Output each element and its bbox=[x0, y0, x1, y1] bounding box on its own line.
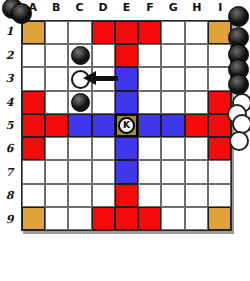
cell-H2[interactable] bbox=[185, 44, 208, 67]
cell-F4[interactable] bbox=[138, 91, 161, 114]
cell-G4[interactable] bbox=[161, 91, 184, 114]
cell-F3[interactable] bbox=[138, 67, 161, 90]
cell-G7[interactable] bbox=[161, 160, 184, 183]
row-label-1: 1 bbox=[2, 20, 17, 43]
cell-B2[interactable] bbox=[45, 44, 68, 67]
cell-C7[interactable] bbox=[68, 160, 91, 183]
move-arrow-head-icon bbox=[83, 71, 96, 85]
cell-H3[interactable] bbox=[185, 67, 208, 90]
cell-F2[interactable] bbox=[138, 44, 161, 67]
cell-G9[interactable] bbox=[161, 207, 184, 230]
cell-G6[interactable] bbox=[161, 137, 184, 160]
cell-D5[interactable] bbox=[92, 114, 115, 137]
row-labels: 123456789 bbox=[2, 20, 17, 231]
column-label-H: H bbox=[185, 1, 208, 16]
row-label-7: 7 bbox=[2, 161, 17, 184]
cell-A5[interactable] bbox=[22, 114, 45, 137]
cell-A6[interactable] bbox=[22, 137, 45, 160]
cell-B3[interactable] bbox=[45, 67, 68, 90]
column-label-G: G bbox=[162, 1, 185, 16]
cell-I1[interactable] bbox=[208, 21, 231, 44]
column-label-E: E bbox=[115, 1, 138, 16]
cell-B4[interactable] bbox=[45, 91, 68, 114]
cell-E2[interactable] bbox=[115, 44, 138, 67]
cell-H8[interactable] bbox=[185, 184, 208, 207]
cell-F1[interactable] bbox=[138, 21, 161, 44]
cell-C9[interactable] bbox=[68, 207, 91, 230]
cell-E8[interactable] bbox=[115, 184, 138, 207]
cell-C6[interactable] bbox=[68, 137, 91, 160]
cell-D2[interactable] bbox=[92, 44, 115, 67]
cell-B1[interactable] bbox=[45, 21, 68, 44]
cell-A1[interactable] bbox=[22, 21, 45, 44]
king-piece[interactable]: K bbox=[118, 117, 135, 134]
cell-E9[interactable] bbox=[115, 207, 138, 230]
cell-B7[interactable] bbox=[45, 160, 68, 183]
cell-F5[interactable] bbox=[138, 114, 161, 137]
row-label-5: 5 bbox=[2, 114, 17, 137]
cell-H4[interactable] bbox=[185, 91, 208, 114]
white-stone-off-board bbox=[229, 131, 249, 151]
row-label-6: 6 bbox=[2, 137, 17, 160]
cell-A7[interactable] bbox=[22, 160, 45, 183]
cell-I9[interactable] bbox=[208, 207, 231, 230]
row-label-8: 8 bbox=[2, 184, 17, 207]
column-label-C: C bbox=[68, 1, 91, 16]
cell-B5[interactable] bbox=[45, 114, 68, 137]
cell-F6[interactable] bbox=[138, 137, 161, 160]
cell-B6[interactable] bbox=[45, 137, 68, 160]
cell-D8[interactable] bbox=[92, 184, 115, 207]
cell-D9[interactable] bbox=[92, 207, 115, 230]
cell-F9[interactable] bbox=[138, 207, 161, 230]
row-label-9: 9 bbox=[2, 208, 17, 231]
cell-H9[interactable] bbox=[185, 207, 208, 230]
cell-I6[interactable] bbox=[208, 137, 231, 160]
cell-F8[interactable] bbox=[138, 184, 161, 207]
cell-E7[interactable] bbox=[115, 160, 138, 183]
cell-G3[interactable] bbox=[161, 67, 184, 90]
black-stone[interactable] bbox=[71, 93, 90, 112]
cell-A4[interactable] bbox=[22, 91, 45, 114]
column-label-F: F bbox=[138, 1, 161, 16]
cell-H5[interactable] bbox=[185, 114, 208, 137]
cell-F7[interactable] bbox=[138, 160, 161, 183]
cell-C8[interactable] bbox=[68, 184, 91, 207]
cell-D6[interactable] bbox=[92, 137, 115, 160]
row-label-4: 4 bbox=[2, 90, 17, 113]
cell-E4[interactable] bbox=[115, 91, 138, 114]
cell-D7[interactable] bbox=[92, 160, 115, 183]
cell-E5[interactable]: K bbox=[115, 114, 138, 137]
cell-E1[interactable] bbox=[115, 21, 138, 44]
row-label-2: 2 bbox=[2, 43, 17, 66]
cell-B9[interactable] bbox=[45, 207, 68, 230]
black-stone-off-board bbox=[228, 74, 249, 95]
cell-C2[interactable] bbox=[68, 44, 91, 67]
cell-I7[interactable] bbox=[208, 160, 231, 183]
cell-D1[interactable] bbox=[92, 21, 115, 44]
black-stone-off-board bbox=[228, 6, 249, 27]
cell-I8[interactable] bbox=[208, 184, 231, 207]
cell-A8[interactable] bbox=[22, 184, 45, 207]
cell-A2[interactable] bbox=[22, 44, 45, 67]
cell-A3[interactable] bbox=[22, 67, 45, 90]
cell-A9[interactable] bbox=[22, 207, 45, 230]
cell-B8[interactable] bbox=[45, 184, 68, 207]
cell-G1[interactable] bbox=[161, 21, 184, 44]
cell-G5[interactable] bbox=[161, 114, 184, 137]
cell-C4[interactable] bbox=[68, 91, 91, 114]
cell-E3[interactable] bbox=[115, 67, 138, 90]
black-stone[interactable] bbox=[71, 46, 90, 65]
cell-H6[interactable] bbox=[185, 137, 208, 160]
column-labels: ABCDEFGHI bbox=[21, 1, 232, 16]
cell-H7[interactable] bbox=[185, 160, 208, 183]
cell-C5[interactable] bbox=[68, 114, 91, 137]
cell-H1[interactable] bbox=[185, 21, 208, 44]
move-arrow-shaft bbox=[95, 76, 118, 81]
cell-D4[interactable] bbox=[92, 91, 115, 114]
tablut-board: K bbox=[21, 20, 232, 231]
black-stone-off-board bbox=[11, 3, 32, 24]
tablut-diagram: ABCDEFGHI 123456789 K bbox=[0, 0, 250, 281]
cell-E6[interactable] bbox=[115, 137, 138, 160]
cell-G2[interactable] bbox=[161, 44, 184, 67]
column-label-B: B bbox=[44, 1, 67, 16]
column-label-D: D bbox=[91, 1, 114, 16]
cell-C1[interactable] bbox=[68, 21, 91, 44]
cell-G8[interactable] bbox=[161, 184, 184, 207]
row-label-3: 3 bbox=[2, 67, 17, 90]
